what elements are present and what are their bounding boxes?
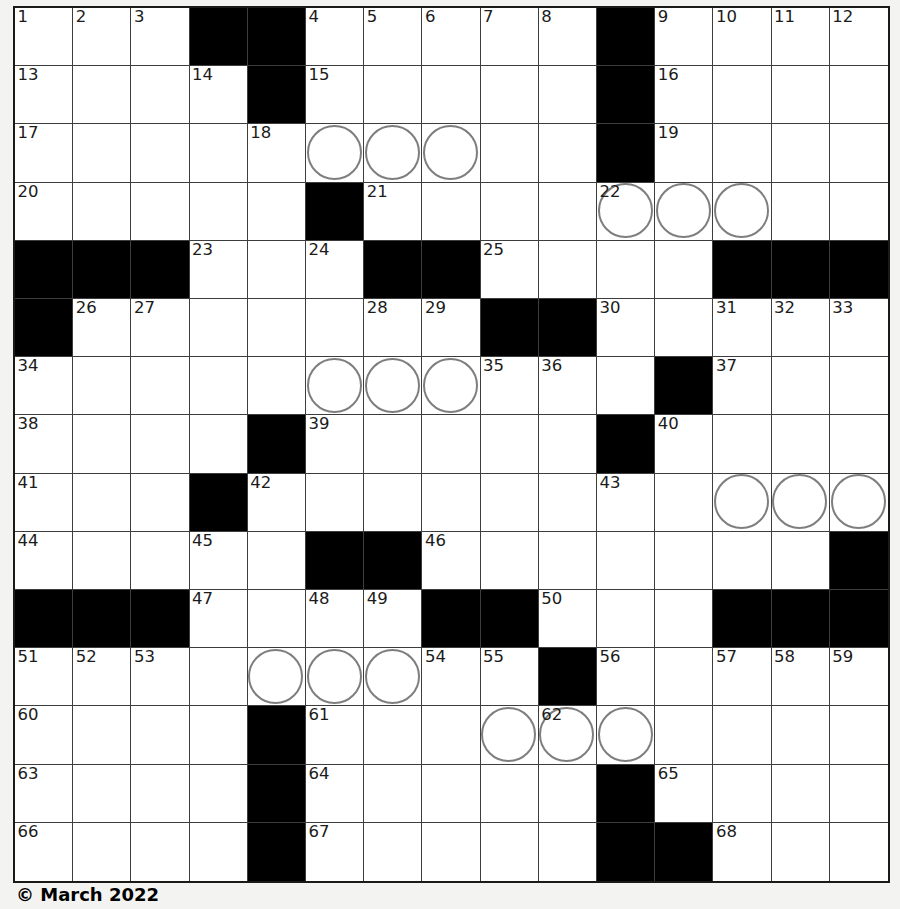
clue-number-35: 35 [483, 357, 504, 376]
cell-13-9[interactable] [539, 765, 597, 823]
cell-14-8[interactable] [481, 823, 539, 881]
clue-number-23: 23 [192, 241, 213, 260]
cell-2-11[interactable]: 19 [655, 124, 713, 182]
cell-1-8[interactable] [481, 66, 539, 124]
cell-1-7[interactable] [422, 66, 480, 124]
cell-14-12[interactable]: 68 [713, 823, 771, 881]
cell-8-6[interactable] [364, 474, 422, 532]
cell-7-1[interactable] [73, 415, 131, 473]
cell-6-0[interactable]: 34 [15, 357, 73, 415]
cell-11-6[interactable] [364, 648, 422, 706]
circle-marker [423, 125, 478, 180]
clue-number-62: 62 [541, 706, 562, 725]
cell-0-9[interactable]: 8 [539, 8, 597, 66]
cell-6-11 [655, 357, 713, 415]
clue-number-2: 2 [76, 8, 87, 27]
cell-10-7 [422, 590, 480, 648]
clue-number-29: 29 [425, 299, 446, 318]
crossword-board: 1234567891011121314151617181920212223242… [13, 6, 890, 883]
cell-6-3[interactable] [190, 357, 248, 415]
cell-8-1[interactable] [73, 474, 131, 532]
cell-2-2[interactable] [131, 124, 189, 182]
cell-11-2[interactable]: 53 [131, 648, 189, 706]
cell-2-13[interactable] [772, 124, 830, 182]
cell-5-8 [481, 299, 539, 357]
cell-4-0 [15, 241, 73, 299]
clue-number-32: 32 [774, 299, 795, 318]
cell-4-2 [131, 241, 189, 299]
cell-6-6[interactable] [364, 357, 422, 415]
clue-number-7: 7 [483, 8, 494, 27]
cell-14-1[interactable] [73, 823, 131, 881]
cell-8-7[interactable] [422, 474, 480, 532]
clue-number-68: 68 [716, 823, 737, 842]
cell-5-7[interactable]: 29 [422, 299, 480, 357]
cell-12-3[interactable] [190, 706, 248, 764]
cell-14-2[interactable] [131, 823, 189, 881]
clue-number-20: 20 [18, 183, 39, 202]
cell-1-5[interactable]: 15 [306, 66, 364, 124]
clue-number-52: 52 [76, 648, 97, 667]
cell-1-9[interactable] [539, 66, 597, 124]
cell-2-1[interactable] [73, 124, 131, 182]
cell-3-10[interactable]: 22 [597, 183, 655, 241]
cell-2-12[interactable] [713, 124, 771, 182]
cell-14-9[interactable] [539, 823, 597, 881]
cell-7-4 [248, 415, 306, 473]
copyright-text: © March 2022 [16, 884, 159, 905]
cell-10-0 [15, 590, 73, 648]
cell-5-3[interactable] [190, 299, 248, 357]
cell-10-10[interactable] [597, 590, 655, 648]
clue-number-56: 56 [600, 648, 621, 667]
cell-2-7[interactable] [422, 124, 480, 182]
cell-13-7[interactable] [422, 765, 480, 823]
cell-9-13[interactable] [772, 532, 830, 590]
cell-2-10 [597, 124, 655, 182]
cell-7-2[interactable] [131, 415, 189, 473]
clue-number-39: 39 [309, 415, 330, 434]
cell-5-9 [539, 299, 597, 357]
cell-6-5[interactable] [306, 357, 364, 415]
cell-14-5[interactable]: 67 [306, 823, 364, 881]
cell-0-11[interactable]: 9 [655, 8, 713, 66]
cell-11-14[interactable]: 59 [830, 648, 888, 706]
cell-4-9[interactable] [539, 241, 597, 299]
cell-0-7[interactable]: 6 [422, 8, 480, 66]
cell-11-5[interactable] [306, 648, 364, 706]
cell-3-7[interactable] [422, 183, 480, 241]
cell-7-13[interactable] [772, 415, 830, 473]
cell-8-10[interactable]: 43 [597, 474, 655, 532]
clue-number-46: 46 [425, 532, 446, 551]
circle-marker [656, 183, 711, 238]
circle-marker [714, 183, 769, 238]
cell-1-6[interactable] [364, 66, 422, 124]
clue-number-11: 11 [774, 8, 795, 27]
cell-0-6[interactable]: 5 [364, 8, 422, 66]
cell-2-6[interactable] [364, 124, 422, 182]
cell-3-5 [306, 183, 364, 241]
cell-12-13[interactable] [772, 706, 830, 764]
cell-5-0 [15, 299, 73, 357]
cell-4-3[interactable]: 23 [190, 241, 248, 299]
cell-9-0[interactable]: 44 [15, 532, 73, 590]
clue-number-54: 54 [425, 648, 446, 667]
cell-0-0[interactable]: 1 [15, 8, 73, 66]
cell-1-10 [597, 66, 655, 124]
clue-number-15: 15 [309, 66, 330, 85]
cell-0-8[interactable]: 7 [481, 8, 539, 66]
clue-number-49: 49 [367, 590, 388, 609]
cell-5-12[interactable]: 31 [713, 299, 771, 357]
cell-4-1 [73, 241, 131, 299]
cell-6-10[interactable] [597, 357, 655, 415]
cell-7-14[interactable] [830, 415, 888, 473]
cell-11-4[interactable] [248, 648, 306, 706]
cell-4-11[interactable] [655, 241, 713, 299]
cell-13-11[interactable]: 65 [655, 765, 713, 823]
cell-4-14 [830, 241, 888, 299]
circle-marker [365, 358, 420, 413]
clue-number-66: 66 [18, 823, 39, 842]
cell-10-8 [481, 590, 539, 648]
cell-5-2[interactable]: 27 [131, 299, 189, 357]
cell-5-4[interactable] [248, 299, 306, 357]
cell-12-10[interactable] [597, 706, 655, 764]
cell-7-11[interactable]: 40 [655, 415, 713, 473]
cell-10-2 [131, 590, 189, 648]
clue-number-58: 58 [774, 648, 795, 667]
cell-2-3[interactable] [190, 124, 248, 182]
cell-7-0[interactable]: 38 [15, 415, 73, 473]
cell-12-4 [248, 706, 306, 764]
cell-10-13 [772, 590, 830, 648]
circle-marker [307, 358, 362, 413]
cell-13-2[interactable] [131, 765, 189, 823]
cell-10-6[interactable]: 49 [364, 590, 422, 648]
clue-number-47: 47 [192, 590, 213, 609]
clue-number-31: 31 [716, 299, 737, 318]
cell-13-6[interactable] [364, 765, 422, 823]
cell-2-5[interactable] [306, 124, 364, 182]
cell-6-12[interactable]: 37 [713, 357, 771, 415]
cell-12-8[interactable] [481, 706, 539, 764]
clue-number-36: 36 [541, 357, 562, 376]
cell-8-8[interactable] [481, 474, 539, 532]
clue-number-16: 16 [658, 66, 679, 85]
cell-14-3[interactable] [190, 823, 248, 881]
cell-3-4[interactable] [248, 183, 306, 241]
cell-5-6[interactable]: 28 [364, 299, 422, 357]
cell-0-2[interactable]: 3 [131, 8, 189, 66]
cell-9-7[interactable]: 46 [422, 532, 480, 590]
cell-1-1[interactable] [73, 66, 131, 124]
cell-10-9[interactable]: 50 [539, 590, 597, 648]
cell-3-3[interactable] [190, 183, 248, 241]
cell-4-7 [422, 241, 480, 299]
clue-number-10: 10 [716, 8, 737, 27]
cell-6-8[interactable]: 35 [481, 357, 539, 415]
clue-number-53: 53 [134, 648, 155, 667]
cell-3-2[interactable] [131, 183, 189, 241]
cell-10-4[interactable] [248, 590, 306, 648]
cell-0-1[interactable]: 2 [73, 8, 131, 66]
cell-0-12[interactable]: 10 [713, 8, 771, 66]
cell-7-6[interactable] [364, 415, 422, 473]
cell-10-12 [713, 590, 771, 648]
clue-number-14: 14 [192, 66, 213, 85]
clue-number-44: 44 [18, 532, 39, 551]
cell-3-1[interactable] [73, 183, 131, 241]
circle-marker [307, 649, 362, 704]
cell-2-0[interactable]: 17 [15, 124, 73, 182]
clue-number-63: 63 [18, 765, 39, 784]
cell-9-4[interactable] [248, 532, 306, 590]
cell-7-8[interactable] [481, 415, 539, 473]
cell-2-14[interactable] [830, 124, 888, 182]
clue-number-45: 45 [192, 532, 213, 551]
cell-3-6[interactable]: 21 [364, 183, 422, 241]
cell-12-11[interactable] [655, 706, 713, 764]
cell-2-4[interactable]: 18 [248, 124, 306, 182]
clue-number-27: 27 [134, 299, 155, 318]
cell-4-6 [364, 241, 422, 299]
clue-number-40: 40 [658, 415, 679, 434]
cell-1-0[interactable]: 13 [15, 66, 73, 124]
cell-9-10[interactable] [597, 532, 655, 590]
cell-9-2[interactable] [131, 532, 189, 590]
clue-number-50: 50 [541, 590, 562, 609]
cell-8-4[interactable]: 42 [248, 474, 306, 532]
cell-14-6[interactable] [364, 823, 422, 881]
cell-5-14[interactable]: 33 [830, 299, 888, 357]
cell-11-13[interactable]: 58 [772, 648, 830, 706]
cell-4-5[interactable]: 24 [306, 241, 364, 299]
clue-number-6: 6 [425, 8, 436, 27]
cell-5-5[interactable] [306, 299, 364, 357]
cell-8-5[interactable] [306, 474, 364, 532]
cell-13-1[interactable] [73, 765, 131, 823]
circle-marker [365, 649, 420, 704]
cell-7-9[interactable] [539, 415, 597, 473]
cell-11-8[interactable]: 55 [481, 648, 539, 706]
cell-6-13[interactable] [772, 357, 830, 415]
cell-4-12 [713, 241, 771, 299]
cell-4-8[interactable]: 25 [481, 241, 539, 299]
cell-14-0[interactable]: 66 [15, 823, 73, 881]
cell-1-2[interactable] [131, 66, 189, 124]
circle-marker [307, 125, 362, 180]
cell-9-3[interactable]: 45 [190, 532, 248, 590]
cell-13-4 [248, 765, 306, 823]
circle-marker [772, 474, 827, 529]
cell-11-1[interactable]: 52 [73, 648, 131, 706]
cell-1-4 [248, 66, 306, 124]
cell-3-9[interactable] [539, 183, 597, 241]
clue-number-30: 30 [600, 299, 621, 318]
cell-12-0[interactable]: 60 [15, 706, 73, 764]
cell-6-4[interactable] [248, 357, 306, 415]
circle-marker [248, 649, 303, 704]
clue-number-65: 65 [658, 765, 679, 784]
cell-8-12[interactable] [713, 474, 771, 532]
clue-number-61: 61 [309, 706, 330, 725]
clue-number-38: 38 [18, 415, 39, 434]
clue-number-42: 42 [250, 474, 271, 493]
clue-number-9: 9 [658, 8, 669, 27]
cell-8-0[interactable]: 41 [15, 474, 73, 532]
cell-10-14 [830, 590, 888, 648]
cell-9-12[interactable] [713, 532, 771, 590]
cell-13-13[interactable] [772, 765, 830, 823]
cell-0-3 [190, 8, 248, 66]
cell-0-10 [597, 8, 655, 66]
cell-8-9[interactable] [539, 474, 597, 532]
cell-8-13[interactable] [772, 474, 830, 532]
cell-0-5[interactable]: 4 [306, 8, 364, 66]
clue-number-17: 17 [18, 124, 39, 143]
cell-7-3[interactable] [190, 415, 248, 473]
cell-13-8[interactable] [481, 765, 539, 823]
cell-5-11[interactable] [655, 299, 713, 357]
clue-number-33: 33 [832, 299, 853, 318]
clue-number-3: 3 [134, 8, 145, 27]
cell-3-14[interactable] [830, 183, 888, 241]
cell-1-3[interactable]: 14 [190, 66, 248, 124]
cell-9-14 [830, 532, 888, 590]
cell-14-14[interactable] [830, 823, 888, 881]
cell-3-12[interactable] [713, 183, 771, 241]
cell-7-7[interactable] [422, 415, 480, 473]
clue-number-43: 43 [600, 474, 621, 493]
clue-number-8: 8 [541, 8, 552, 27]
cell-11-12[interactable]: 57 [713, 648, 771, 706]
clue-number-21: 21 [367, 183, 388, 202]
cell-7-10 [597, 415, 655, 473]
cell-9-9[interactable] [539, 532, 597, 590]
cell-10-5[interactable]: 48 [306, 590, 364, 648]
cell-9-5 [306, 532, 364, 590]
cell-13-5[interactable]: 64 [306, 765, 364, 823]
cell-9-11[interactable] [655, 532, 713, 590]
cell-13-0[interactable]: 63 [15, 765, 73, 823]
cell-1-13[interactable] [772, 66, 830, 124]
cell-11-10[interactable]: 56 [597, 648, 655, 706]
cell-11-3[interactable] [190, 648, 248, 706]
cell-14-13[interactable] [772, 823, 830, 881]
cell-4-10[interactable] [597, 241, 655, 299]
cell-11-11[interactable] [655, 648, 713, 706]
cell-8-11[interactable] [655, 474, 713, 532]
cell-0-4 [248, 8, 306, 66]
cell-11-9 [539, 648, 597, 706]
cell-12-1[interactable] [73, 706, 131, 764]
cell-13-10 [597, 765, 655, 823]
cell-3-8[interactable] [481, 183, 539, 241]
cell-2-9[interactable] [539, 124, 597, 182]
cell-12-2[interactable] [131, 706, 189, 764]
cell-3-13[interactable] [772, 183, 830, 241]
circle-marker [481, 707, 536, 762]
cell-6-9[interactable]: 36 [539, 357, 597, 415]
cell-1-12[interactable] [713, 66, 771, 124]
clue-number-13: 13 [18, 66, 39, 85]
cell-12-14[interactable] [830, 706, 888, 764]
cell-2-8[interactable] [481, 124, 539, 182]
cell-12-5[interactable]: 61 [306, 706, 364, 764]
cell-12-7[interactable] [422, 706, 480, 764]
cell-12-6[interactable] [364, 706, 422, 764]
cell-14-4 [248, 823, 306, 881]
cell-14-11 [655, 823, 713, 881]
cell-12-9[interactable]: 62 [539, 706, 597, 764]
clue-number-37: 37 [716, 357, 737, 376]
cell-1-14[interactable] [830, 66, 888, 124]
cell-1-11[interactable]: 16 [655, 66, 713, 124]
cell-10-11[interactable] [655, 590, 713, 648]
cell-11-0[interactable]: 51 [15, 648, 73, 706]
clue-number-4: 4 [309, 8, 320, 27]
cell-10-3[interactable]: 47 [190, 590, 248, 648]
cell-3-0[interactable]: 20 [15, 183, 73, 241]
circle-marker [831, 474, 886, 529]
cell-5-13[interactable]: 32 [772, 299, 830, 357]
cell-5-1[interactable]: 26 [73, 299, 131, 357]
cell-13-12[interactable] [713, 765, 771, 823]
cell-0-14[interactable]: 12 [830, 8, 888, 66]
cell-12-12[interactable] [713, 706, 771, 764]
cell-4-13 [772, 241, 830, 299]
cell-4-4[interactable] [248, 241, 306, 299]
circle-marker [365, 125, 420, 180]
clue-number-18: 18 [250, 124, 271, 143]
clue-number-59: 59 [832, 648, 853, 667]
clue-number-67: 67 [309, 823, 330, 842]
circle-marker [714, 474, 769, 529]
cell-11-7[interactable]: 54 [422, 648, 480, 706]
cell-7-12[interactable] [713, 415, 771, 473]
clue-number-22: 22 [600, 183, 621, 202]
cell-14-7[interactable] [422, 823, 480, 881]
cell-7-5[interactable]: 39 [306, 415, 364, 473]
cell-14-10 [597, 823, 655, 881]
cell-8-14[interactable] [830, 474, 888, 532]
clue-number-41: 41 [18, 474, 39, 493]
cell-9-6 [364, 532, 422, 590]
clue-number-55: 55 [483, 648, 504, 667]
clue-number-28: 28 [367, 299, 388, 318]
cell-6-7[interactable] [422, 357, 480, 415]
cell-9-1[interactable] [73, 532, 131, 590]
cell-10-1 [73, 590, 131, 648]
cell-6-1[interactable] [73, 357, 131, 415]
cell-6-14[interactable] [830, 357, 888, 415]
cell-0-13[interactable]: 11 [772, 8, 830, 66]
cell-3-11[interactable] [655, 183, 713, 241]
circle-marker [598, 707, 653, 762]
cell-6-2[interactable] [131, 357, 189, 415]
cell-5-10[interactable]: 30 [597, 299, 655, 357]
cell-9-8[interactable] [481, 532, 539, 590]
cell-8-2[interactable] [131, 474, 189, 532]
clue-number-64: 64 [309, 765, 330, 784]
clue-number-34: 34 [18, 357, 39, 376]
cell-8-3 [190, 474, 248, 532]
clue-number-57: 57 [716, 648, 737, 667]
cell-13-3[interactable] [190, 765, 248, 823]
cell-13-14[interactable] [830, 765, 888, 823]
